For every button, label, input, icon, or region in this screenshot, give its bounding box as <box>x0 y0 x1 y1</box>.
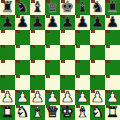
piece-black-pawn-d7[interactable]: ♟ <box>45 15 60 30</box>
square-coordinate-speck-e6 <box>61 30 65 33</box>
square-b5[interactable] <box>15 45 30 60</box>
square-coordinate-speck-a5 <box>1 45 5 48</box>
square-g1[interactable]: ♞ <box>90 105 105 120</box>
square-f5[interactable] <box>75 45 90 60</box>
square-e4[interactable] <box>60 60 75 75</box>
piece-black-pawn-f7[interactable]: ♟ <box>75 15 90 30</box>
piece-white-bishop-f1[interactable]: ♝ <box>75 105 90 120</box>
square-coordinate-speck-f4 <box>76 60 80 63</box>
square-c5[interactable] <box>30 45 45 60</box>
square-a5[interactable] <box>0 45 15 60</box>
square-coordinate-speck-c4 <box>31 60 35 63</box>
square-coordinate-speck-c6 <box>31 30 35 33</box>
square-coordinate-speck-d6 <box>46 30 50 33</box>
square-c1[interactable]: ♝ <box>30 105 45 120</box>
square-f1[interactable]: ♝ <box>75 105 90 120</box>
square-coordinate-speck-a4 <box>1 60 5 63</box>
square-h1[interactable]: ♜ <box>105 105 120 120</box>
square-coordinate-speck-b3 <box>16 75 20 78</box>
square-b6[interactable] <box>15 30 30 45</box>
square-coordinate-speck-a6 <box>1 30 5 33</box>
square-a6[interactable] <box>0 30 15 45</box>
square-coordinate-speck-g3 <box>91 75 95 78</box>
square-coordinate-speck-c3 <box>31 75 35 78</box>
square-coordinate-speck-b4 <box>16 60 20 63</box>
square-g7[interactable]: ♟ <box>90 15 105 30</box>
square-coordinate-speck-h4 <box>106 60 110 63</box>
square-b1[interactable]: ♞ <box>15 105 30 120</box>
square-d5[interactable] <box>45 45 60 60</box>
piece-black-pawn-g7[interactable]: ♟ <box>90 15 105 30</box>
piece-white-king-e1[interactable]: ♚ <box>60 105 75 120</box>
square-coordinate-speck-b6 <box>16 30 20 33</box>
square-coordinate-speck-e3 <box>61 75 65 78</box>
piece-black-pawn-h7[interactable]: ♟ <box>105 15 120 30</box>
square-d1[interactable]: ♛ <box>45 105 60 120</box>
square-coordinate-speck-h5 <box>106 45 110 48</box>
square-coordinate-speck-g5 <box>91 45 95 48</box>
square-f6[interactable] <box>75 30 90 45</box>
piece-white-knight-b1[interactable]: ♞ <box>15 105 30 120</box>
square-e5[interactable] <box>60 45 75 60</box>
piece-white-rook-h1[interactable]: ♜ <box>105 105 120 120</box>
square-coordinate-speck-g6 <box>91 30 95 33</box>
piece-black-pawn-b7[interactable]: ♟ <box>15 15 30 30</box>
square-coordinate-speck-h6 <box>106 30 110 33</box>
square-coordinate-speck-d5 <box>46 45 50 48</box>
square-d4[interactable] <box>45 60 60 75</box>
square-coordinate-speck-e4 <box>61 60 65 63</box>
square-coordinate-speck-f5 <box>76 45 80 48</box>
square-g4[interactable] <box>90 60 105 75</box>
square-b4[interactable] <box>15 60 30 75</box>
square-coordinate-speck-c5 <box>31 45 35 48</box>
square-coordinate-speck-f3 <box>76 75 80 78</box>
square-f4[interactable] <box>75 60 90 75</box>
square-h7[interactable]: ♟ <box>105 15 120 30</box>
square-coordinate-speck-e5 <box>61 45 65 48</box>
square-c4[interactable] <box>30 60 45 75</box>
square-coordinate-speck-d3 <box>46 75 50 78</box>
square-e6[interactable] <box>60 30 75 45</box>
square-h4[interactable] <box>105 60 120 75</box>
square-h5[interactable] <box>105 45 120 60</box>
square-c6[interactable] <box>30 30 45 45</box>
square-a1[interactable]: ♜ <box>0 105 15 120</box>
square-f7[interactable]: ♟ <box>75 15 90 30</box>
square-coordinate-speck-g4 <box>91 60 95 63</box>
square-coordinate-speck-a3 <box>1 75 5 78</box>
piece-black-pawn-c7[interactable]: ♟ <box>30 15 45 30</box>
square-e1[interactable]: ♚ <box>60 105 75 120</box>
piece-white-knight-g1[interactable]: ♞ <box>90 105 105 120</box>
square-h6[interactable] <box>105 30 120 45</box>
square-d7[interactable]: ♟ <box>45 15 60 30</box>
chess-board: ♜♞♝♛♚♝♞♜♟♟♟♟♟♟♟♟♟♟♟♟♟♟♟♟♜♞♝♛♚♝♞♜ <box>0 0 120 120</box>
square-coordinate-speck-d4 <box>46 60 50 63</box>
square-coordinate-speck-b5 <box>16 45 20 48</box>
piece-black-pawn-e7[interactable]: ♟ <box>60 15 75 30</box>
square-a4[interactable] <box>0 60 15 75</box>
piece-white-bishop-c1[interactable]: ♝ <box>30 105 45 120</box>
square-b7[interactable]: ♟ <box>15 15 30 30</box>
square-coordinate-speck-f6 <box>76 30 80 33</box>
square-e7[interactable]: ♟ <box>60 15 75 30</box>
piece-white-rook-a1[interactable]: ♜ <box>0 105 15 120</box>
piece-white-queen-d1[interactable]: ♛ <box>45 105 60 120</box>
square-a7[interactable]: ♟ <box>0 15 15 30</box>
square-d6[interactable] <box>45 30 60 45</box>
square-g6[interactable] <box>90 30 105 45</box>
square-c7[interactable]: ♟ <box>30 15 45 30</box>
square-g5[interactable] <box>90 45 105 60</box>
piece-black-pawn-a7[interactable]: ♟ <box>0 15 15 30</box>
square-coordinate-speck-h3 <box>106 75 110 78</box>
